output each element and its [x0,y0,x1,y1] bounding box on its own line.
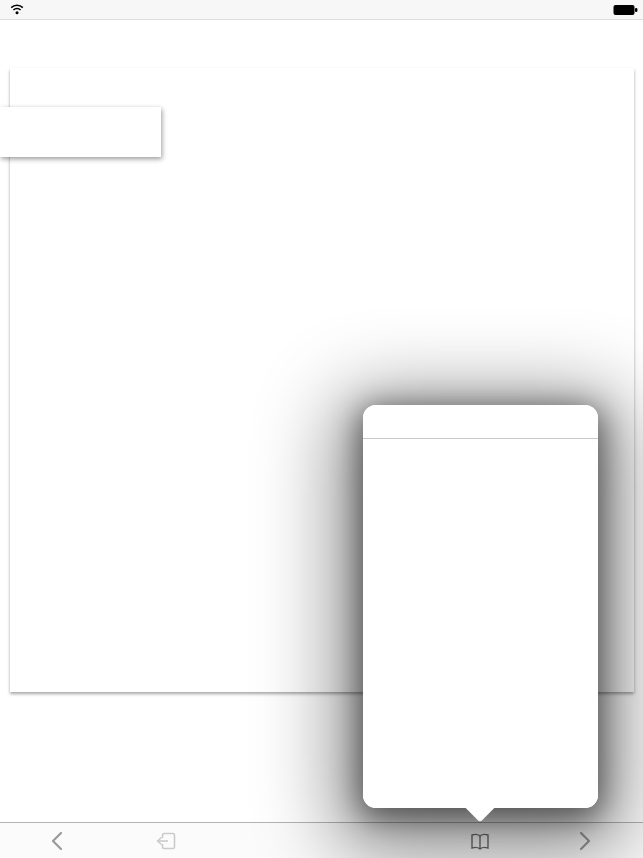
exit-book-button[interactable] [153,828,179,858]
back-chevron-icon [47,829,67,853]
app-screen [0,0,643,858]
chapters-button[interactable] [468,832,492,856]
open-book-icon [468,832,492,852]
wifi-icon [10,3,24,15]
forward-chevron-icon [575,829,595,853]
bottom-toolbar [0,822,643,858]
next-page-button[interactable] [575,829,595,857]
rule-tooltip [0,107,161,157]
previous-page-button[interactable] [47,829,67,857]
exit-icon [153,828,179,854]
chapters-popover [363,405,598,808]
battery-icon [613,4,638,16]
status-bar [0,0,643,20]
popover-title [363,405,598,439]
